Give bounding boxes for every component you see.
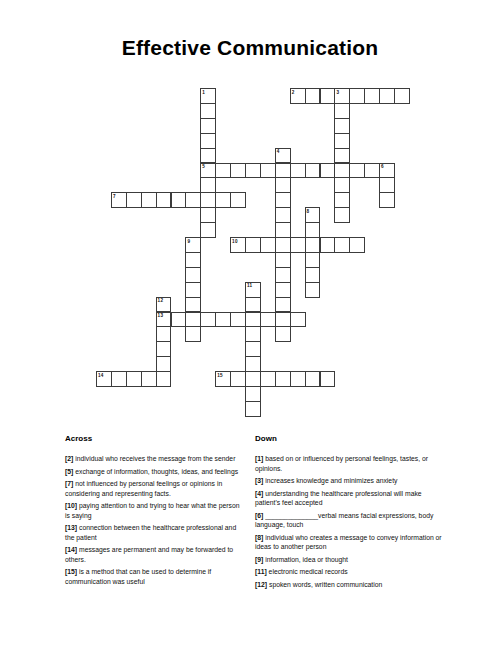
grid-cell[interactable] <box>185 326 201 342</box>
down-heading: Down <box>255 434 443 443</box>
clue-item: [4] understanding the healthcare profess… <box>255 489 443 508</box>
grid-cell[interactable] <box>230 192 246 208</box>
clue-item: [3] increases knowledge and minimizes an… <box>255 476 443 486</box>
grid-cell[interactable] <box>185 267 201 283</box>
clue-item: [15] is a method that can be used to det… <box>65 567 241 586</box>
grid-cell[interactable] <box>379 192 395 208</box>
grid-cell[interactable] <box>185 282 201 298</box>
clue-item: [13] connection between the healthcare p… <box>65 523 241 542</box>
grid-cell[interactable] <box>334 192 350 208</box>
grid-cell[interactable] <box>185 297 201 313</box>
clue-number-label: [9] <box>255 556 263 563</box>
grid-cell[interactable] <box>275 371 291 387</box>
clue-item: [12] spoken words, written communication <box>255 580 443 590</box>
clue-number-label: [15] <box>65 568 77 575</box>
clue-number: 13 <box>158 313 164 318</box>
clue-number: 14 <box>98 373 104 378</box>
clue-number-label: [7] <box>65 480 73 487</box>
grid-cell[interactable] <box>379 177 395 193</box>
grid-cell[interactable] <box>305 163 321 179</box>
grid-cell[interactable]: 3 <box>334 88 350 104</box>
grid-cell[interactable] <box>245 237 261 253</box>
grid-cell[interactable] <box>349 88 365 104</box>
grid-cell[interactable] <box>320 371 336 387</box>
grid-cell[interactable]: 9 <box>185 237 201 253</box>
grid-cell[interactable]: 4 <box>275 148 291 164</box>
grid-cell[interactable] <box>320 237 336 253</box>
grid-cell[interactable] <box>200 192 216 208</box>
grid-cell[interactable] <box>126 192 142 208</box>
grid-cell[interactable] <box>334 118 350 134</box>
grid-cell[interactable] <box>200 103 216 119</box>
grid-cell[interactable] <box>200 207 216 223</box>
grid-cell[interactable] <box>156 371 172 387</box>
grid-cell[interactable] <box>290 237 306 253</box>
grid-cell[interactable] <box>141 192 157 208</box>
grid-cell[interactable] <box>275 326 291 342</box>
grid-cell[interactable] <box>200 312 216 328</box>
clue-number-label: [1] <box>255 455 263 462</box>
grid-cell[interactable] <box>275 222 291 238</box>
grid-cell[interactable] <box>230 312 246 328</box>
clue-number: 15 <box>217 373 223 378</box>
grid-cell[interactable] <box>334 148 350 164</box>
grid-cell[interactable] <box>260 163 276 179</box>
down-clues-section: Down [1] based on or influenced by perso… <box>255 434 443 592</box>
clue-number-label: [11] <box>255 568 267 575</box>
clue-number-label: [10] <box>65 502 77 509</box>
clue-number: 11 <box>247 283 252 288</box>
grid-cell[interactable] <box>305 371 321 387</box>
grid-cell[interactable] <box>275 177 291 193</box>
grid-cell[interactable] <box>275 252 291 268</box>
grid-cell[interactable]: 1 <box>200 88 216 104</box>
clue-number-label: [6] <box>255 512 263 519</box>
across-clues-section: Across [2] individual who receives the m… <box>65 434 241 589</box>
grid-cell[interactable] <box>200 133 216 149</box>
across-heading: Across <box>65 434 241 443</box>
clue-number-label: [8] <box>255 534 263 541</box>
grid-cell[interactable]: 7 <box>111 192 127 208</box>
clue-number: 12 <box>158 298 164 303</box>
down-clue-list: [1] based on or influenced by personal f… <box>255 454 443 589</box>
grid-cell[interactable] <box>215 192 231 208</box>
clue-number: 8 <box>307 209 310 214</box>
grid-cell[interactable] <box>141 371 157 387</box>
across-clue-list: [2] individual who receives the message … <box>65 454 241 586</box>
grid-cell[interactable] <box>200 148 216 164</box>
clue-item: [5] exchange of information, thoughts, i… <box>65 467 241 477</box>
grid-cell[interactable] <box>185 312 201 328</box>
grid-cell[interactable] <box>305 222 321 238</box>
grid-cell[interactable] <box>305 237 321 253</box>
grid-cell[interactable] <box>245 326 261 342</box>
clue-item: [8] individual who creates a message to … <box>255 533 443 552</box>
grid-cell[interactable]: 6 <box>379 163 395 179</box>
clue-item: [14] messages are permanent and may be f… <box>65 545 241 564</box>
grid-cell[interactable] <box>334 177 350 193</box>
grid-cell[interactable] <box>245 401 261 417</box>
grid-cell[interactable] <box>215 312 231 328</box>
grid-cell[interactable] <box>245 371 261 387</box>
grid-cell[interactable] <box>156 326 172 342</box>
clue-number: 9 <box>187 239 190 244</box>
grid-cell[interactable] <box>200 222 216 238</box>
grid-cell[interactable]: 12 <box>156 297 172 313</box>
grid-cell[interactable] <box>275 282 291 298</box>
grid-cell[interactable] <box>320 163 336 179</box>
grid-cell[interactable] <box>275 297 291 313</box>
grid-cell[interactable]: 8 <box>305 207 321 223</box>
grid-cell[interactable] <box>275 267 291 283</box>
grid-cell[interactable] <box>245 341 261 357</box>
page: Effective Communication 1234567891011121… <box>0 0 500 647</box>
clue-number: 3 <box>336 90 339 95</box>
grid-cell[interactable] <box>260 237 276 253</box>
grid-cell[interactable] <box>349 237 365 253</box>
crossword-grid: 123456789101112131415 <box>96 88 410 417</box>
grid-cell[interactable] <box>245 312 261 328</box>
grid-cell[interactable] <box>379 88 395 104</box>
clue-number-label: [5] <box>65 468 73 475</box>
grid-cell[interactable]: 14 <box>96 371 112 387</box>
grid-cell[interactable] <box>200 177 216 193</box>
grid-cell[interactable] <box>334 237 350 253</box>
grid-cell[interactable] <box>245 386 261 402</box>
clue-number-label: [12] <box>255 581 267 588</box>
grid-cell[interactable] <box>275 192 291 208</box>
grid-cell[interactable] <box>349 163 365 179</box>
grid-cell[interactable] <box>290 312 306 328</box>
grid-cell[interactable] <box>185 252 201 268</box>
grid-cell[interactable] <box>126 371 142 387</box>
clue-item: [11] electronic medical records <box>255 567 443 577</box>
clue-number: 10 <box>232 239 238 244</box>
grid-cell[interactable] <box>305 88 321 104</box>
grid-cell[interactable] <box>156 341 172 357</box>
clue-item: [9] information, idea or thought <box>255 555 443 565</box>
grid-cell[interactable] <box>275 312 291 328</box>
grid-cell[interactable] <box>364 163 380 179</box>
clue-number: 4 <box>277 149 280 154</box>
grid-cell[interactable] <box>290 163 306 179</box>
grid-cell[interactable] <box>305 252 321 268</box>
grid-cell[interactable] <box>334 103 350 119</box>
grid-cell[interactable] <box>394 88 410 104</box>
grid-cell[interactable] <box>156 356 172 372</box>
grid-cell[interactable] <box>305 282 321 298</box>
grid-cell[interactable] <box>334 133 350 149</box>
grid-cell[interactable] <box>215 163 231 179</box>
grid-cell[interactable] <box>230 371 246 387</box>
grid-cell[interactable] <box>230 163 246 179</box>
grid-cell[interactable] <box>275 163 291 179</box>
grid-cell[interactable] <box>334 207 350 223</box>
grid-cell[interactable]: 13 <box>156 312 172 328</box>
grid-cell[interactable]: 11 <box>245 282 261 298</box>
grid-cell[interactable] <box>200 118 216 134</box>
grid-cell[interactable]: 15 <box>215 371 231 387</box>
clue-number-label: [4] <box>255 490 263 497</box>
clue-item: [6] ______________verbal means facial ex… <box>255 511 443 530</box>
clue-number-label: [13] <box>65 524 77 531</box>
grid-cell[interactable] <box>290 371 306 387</box>
clue-number: 6 <box>381 164 384 169</box>
clue-number: 1 <box>202 90 205 95</box>
grid-cell[interactable] <box>245 297 261 313</box>
clue-number-label: [3] <box>255 477 263 484</box>
clue-number-label: [14] <box>65 546 77 553</box>
clue-number: 7 <box>113 194 116 199</box>
grid-cell[interactable] <box>245 163 261 179</box>
grid-cell[interactable] <box>275 237 291 253</box>
grid-cell[interactable] <box>320 88 336 104</box>
grid-cell[interactable] <box>260 371 276 387</box>
grid-cell[interactable] <box>260 312 276 328</box>
grid-cell[interactable]: 5 <box>200 163 216 179</box>
grid-cell[interactable]: 2 <box>290 88 306 104</box>
grid-cell[interactable] <box>275 207 291 223</box>
grid-cell[interactable] <box>245 356 261 372</box>
grid-cell[interactable]: 10 <box>230 237 246 253</box>
grid-cell[interactable] <box>305 267 321 283</box>
clue-item: [10] paying attention to and trying to h… <box>65 501 241 520</box>
grid-cell[interactable] <box>185 192 201 208</box>
grid-cell[interactable] <box>364 88 380 104</box>
clue-item: [1] based on or influenced by personal f… <box>255 454 443 473</box>
grid-cell[interactable] <box>171 312 187 328</box>
clue-number: 5 <box>202 164 205 169</box>
clue-item: [2] individual who receives the message … <box>65 454 241 464</box>
grid-cell[interactable] <box>156 192 172 208</box>
clue-number: 2 <box>292 90 295 95</box>
clue-number-label: [2] <box>65 455 73 462</box>
grid-cell[interactable] <box>111 371 127 387</box>
page-title: Effective Communication <box>0 36 500 60</box>
grid-cell[interactable] <box>171 192 187 208</box>
grid-cell[interactable] <box>334 163 350 179</box>
clue-item: [7] not influenced by personal feelings … <box>65 479 241 498</box>
